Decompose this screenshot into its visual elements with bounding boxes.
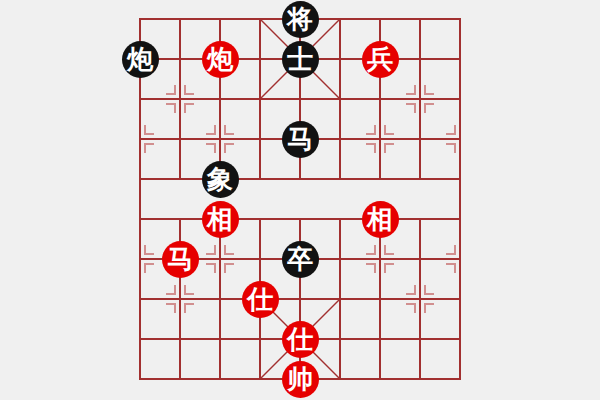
piece-grid: 将炮炮士兵马象相相马卒仕仕帅 xyxy=(120,0,480,399)
piece-black-pawn[interactable]: 卒 xyxy=(282,241,319,278)
piece-black-horse[interactable]: 马 xyxy=(282,121,319,158)
piece-black-advisor[interactable]: 士 xyxy=(282,41,319,78)
piece-red-horse[interactable]: 马 xyxy=(162,241,199,278)
piece-red-elephant[interactable]: 相 xyxy=(202,201,239,238)
xiangqi-board-screen: 将炮炮士兵马象相相马卒仕仕帅 xyxy=(0,0,600,400)
piece-red-elephant-2[interactable]: 相 xyxy=(362,201,399,238)
piece-black-general[interactable]: 将 xyxy=(282,1,319,38)
piece-red-general[interactable]: 帅 xyxy=(282,361,319,398)
piece-black-cannon[interactable]: 炮 xyxy=(122,41,159,78)
piece-black-elephant[interactable]: 象 xyxy=(202,161,239,198)
piece-red-advisor[interactable]: 仕 xyxy=(242,281,279,318)
piece-red-cannon[interactable]: 炮 xyxy=(202,41,239,78)
piece-red-pawn[interactable]: 兵 xyxy=(362,41,399,78)
piece-red-advisor-2[interactable]: 仕 xyxy=(282,321,319,358)
